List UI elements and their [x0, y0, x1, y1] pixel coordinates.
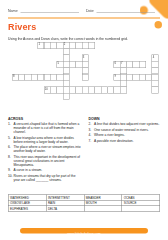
date-label: Date: — [86, 9, 94, 13]
clue-item: 8.This river was important in the develo… — [8, 155, 82, 167]
clue-item: 2.A line that divides two adjacent river… — [89, 122, 163, 126]
page-title: Rivers — [8, 22, 36, 33]
date-input-line[interactable] — [96, 8, 155, 13]
clue-item: 5.A low triangular area where a river di… — [8, 136, 82, 144]
worksheet-page: Name: Date: Rivers Using the Across and … — [0, 0, 168, 240]
down-clues-column: DOWN 2.A line that divides two adjacent … — [89, 117, 163, 184]
clue-item: 4.Where a river begins. — [89, 133, 163, 137]
clues-section: ACROSS 1.A crescent-shaped lake that is … — [8, 117, 162, 184]
name-input-line[interactable] — [20, 8, 79, 13]
footer-bar: www.kittybabylove.com — [20, 228, 148, 234]
word-bank-cell — [122, 206, 160, 212]
instructions-text: Using the Across and Down clues, write t… — [8, 37, 158, 41]
across-clues-column: ACROSS 1.A crescent-shaped lake that is … — [8, 117, 82, 184]
across-heading: ACROSS — [8, 117, 82, 121]
down-heading: DOWN — [89, 117, 163, 121]
clue-item: 1.A crescent-shaped lake that is formed … — [8, 122, 82, 134]
clue-text: A line that divides two adjacent river s… — [94, 122, 162, 126]
crossword-grid[interactable]: 12345678910 — [12, 42, 160, 100]
divider-rule — [8, 18, 160, 19]
clue-item: 6.The place where a river or stream empt… — [8, 145, 82, 153]
puzzle-piece-knob-icon — [155, 21, 163, 29]
grid-cell[interactable] — [63, 93, 70, 100]
across-clue-list: 1.A crescent-shaped lake that is formed … — [8, 122, 82, 182]
site-url: www.kittybabylove.com — [67, 232, 101, 236]
clue-text: One source of water renewal in rivers. — [94, 128, 162, 132]
down-clue-list: 2.A line that divides two adjacent river… — [89, 122, 163, 143]
clue-text: The place where a river or stream emptie… — [14, 145, 82, 153]
page: Name: Date: Rivers Using the Across and … — [0, 0, 168, 240]
clue-item: 10.Rivers or streams that dry up for par… — [8, 174, 82, 182]
grid-cell[interactable] — [139, 61, 146, 68]
grid-cell[interactable] — [120, 86, 127, 93]
clue-item: 3.One source of water renewal in rivers. — [89, 128, 163, 132]
clue-text: A crescent-shaped lake that is formed wh… — [14, 122, 82, 134]
word-bank-cell: EUPHRATES — [8, 206, 46, 212]
grid-cell[interactable] — [152, 86, 159, 93]
clue-text: A curve in a stream. — [14, 168, 82, 172]
word-bank: WATERSHEDINTERMITTENTMEANDEROCEANOXBOW L… — [8, 195, 160, 212]
header: Name: Date: — [8, 8, 155, 13]
grid-cell[interactable] — [88, 42, 95, 49]
clue-text: A possible river destination. — [94, 139, 162, 143]
word-bank-table: WATERSHEDINTERMITTENTMEANDEROCEANOXBOW L… — [8, 195, 160, 212]
clue-item: 9.A curve in a stream. — [8, 168, 82, 172]
clue-item: 7.A possible river destination. — [89, 139, 163, 143]
clue-text: Where a river begins. — [94, 133, 162, 137]
word-bank-cell: DELTA — [46, 206, 84, 212]
grid-cell[interactable] — [82, 74, 89, 81]
clue-text: Rivers or streams that dry up for part o… — [14, 174, 82, 182]
clue-text: This river was important in the developm… — [14, 155, 82, 167]
word-bank-cell — [84, 206, 122, 212]
name-label: Name: — [8, 9, 18, 13]
clue-text: A low triangular area where a river divi… — [14, 136, 82, 144]
